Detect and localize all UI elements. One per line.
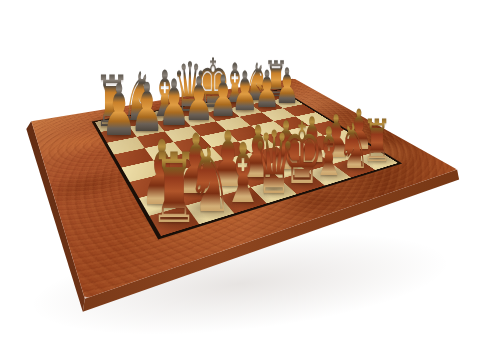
chess-set-photo: ♜♞♝♛♚♝♞♜♟♟♟♟♟♟♟♟♟♟♟♟♟♟♟♟♜♞♝♛♚♝♞♜ xyxy=(0,0,480,360)
